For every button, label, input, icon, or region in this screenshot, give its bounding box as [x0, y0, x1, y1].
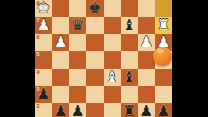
square-c5[interactable] [69, 51, 86, 68]
square-f5[interactable] [121, 51, 138, 68]
letterbox-left [0, 0, 35, 117]
square-c4[interactable] [69, 69, 86, 86]
piece-black-pawn[interactable]: ♟ [37, 86, 50, 101]
square-c6[interactable] [69, 34, 86, 51]
square-d4[interactable] [86, 69, 103, 86]
video-frame: 8♚♚7♟♛♝♜6♟♟♟54♝♝3♟2♟♟♜♟♟1 [0, 0, 208, 117]
board-clip: 8♚♚7♟♛♝♜6♟♟♟54♝♝3♟2♟♟♜♟♟1 [35, 0, 172, 117]
rank-label-6: 6 [36, 34, 40, 40]
square-b5[interactable] [52, 51, 69, 68]
square-c8[interactable] [69, 0, 86, 17]
square-e5[interactable] [104, 51, 121, 68]
square-g7[interactable] [138, 17, 155, 34]
square-a8[interactable]: 8♚ [35, 0, 52, 17]
square-h2[interactable]: ♟ [155, 103, 172, 117]
square-f3[interactable] [121, 86, 138, 103]
piece-black-king[interactable]: ♚ [88, 1, 101, 16]
square-b3[interactable] [52, 86, 69, 103]
piece-black-bishop[interactable]: ♝ [122, 18, 135, 33]
square-d2[interactable] [86, 103, 103, 117]
square-b4[interactable] [52, 69, 69, 86]
piece-black-queen[interactable]: ♛ [71, 18, 84, 33]
piece-white-pawn[interactable]: ♟ [140, 35, 153, 50]
square-b7[interactable] [52, 17, 69, 34]
square-d8[interactable]: ♚ [86, 0, 103, 17]
square-a7[interactable]: 7♟ [35, 17, 52, 34]
square-c3[interactable] [69, 86, 86, 103]
letterbox-right [172, 0, 208, 117]
square-b6[interactable]: ♟ [52, 34, 69, 51]
piece-black-pawn[interactable]: ♟ [140, 103, 153, 117]
square-c7[interactable]: ♛ [69, 17, 86, 34]
square-e8[interactable] [104, 0, 121, 17]
square-d3[interactable] [86, 86, 103, 103]
piece-black-bishop[interactable]: ♝ [122, 69, 135, 84]
square-c2[interactable]: ♟ [69, 103, 86, 117]
square-f2[interactable]: ♜ [121, 103, 138, 117]
square-e7[interactable] [104, 17, 121, 34]
piece-black-pawn[interactable]: ♟ [157, 103, 170, 117]
square-e3[interactable] [104, 86, 121, 103]
square-b2[interactable]: ♟ [52, 103, 69, 117]
square-a3[interactable]: 3♟ [35, 86, 52, 103]
piece-black-rook[interactable]: ♜ [122, 103, 135, 117]
square-e4[interactable]: ♝ [104, 69, 121, 86]
piece-white-rook[interactable]: ♜ [157, 18, 170, 33]
square-d5[interactable] [86, 51, 103, 68]
square-g8[interactable] [138, 0, 155, 17]
piece-white-pawn[interactable]: ♟ [54, 35, 67, 50]
chess-board[interactable]: 8♚♚7♟♛♝♜6♟♟♟54♝♝3♟2♟♟♜♟♟1 [35, 0, 172, 117]
piece-white-bishop[interactable]: ♝ [105, 69, 118, 84]
square-a5[interactable]: 5 [35, 51, 52, 68]
square-h7[interactable]: ♜ [155, 17, 172, 34]
square-e6[interactable] [104, 34, 121, 51]
square-g2[interactable]: ♟ [138, 103, 155, 117]
square-a4[interactable]: 4 [35, 69, 52, 86]
square-d6[interactable] [86, 34, 103, 51]
square-f8[interactable] [121, 0, 138, 17]
square-h3[interactable] [155, 86, 172, 103]
square-h4[interactable] [155, 69, 172, 86]
square-b8[interactable] [52, 0, 69, 17]
square-a2[interactable]: 2 [35, 103, 52, 117]
square-f7[interactable]: ♝ [121, 17, 138, 34]
piece-white-king[interactable]: ♚ [37, 1, 50, 16]
square-e2[interactable] [104, 103, 121, 117]
square-d7[interactable] [86, 17, 103, 34]
piece-white-pawn[interactable]: ♟ [37, 18, 50, 33]
square-g4[interactable] [138, 69, 155, 86]
piece-black-pawn[interactable]: ♟ [71, 103, 84, 117]
square-f4[interactable]: ♝ [121, 69, 138, 86]
square-a6[interactable]: 6 [35, 34, 52, 51]
mistake-badge-icon [153, 47, 172, 66]
square-g3[interactable] [138, 86, 155, 103]
rank-label-5: 5 [36, 51, 40, 57]
square-f6[interactable] [121, 34, 138, 51]
square-h8[interactable] [155, 0, 172, 17]
rank-label-2: 2 [36, 103, 40, 109]
piece-black-pawn[interactable]: ♟ [54, 103, 67, 117]
rank-label-4: 4 [36, 69, 40, 75]
square-g6[interactable]: ♟ [138, 34, 155, 51]
